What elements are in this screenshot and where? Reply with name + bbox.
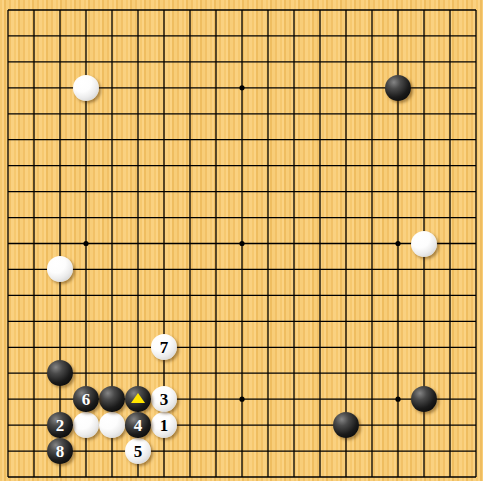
stone-black-d4[interactable]: 6 — [73, 386, 99, 412]
stone-black-c3[interactable]: 2 — [47, 412, 73, 438]
move-number-label: 1 — [160, 417, 169, 434]
go-board[interactable]: 13576248 — [0, 0, 483, 481]
stone-black-o3[interactable] — [333, 412, 359, 438]
stone-white-d16[interactable] — [73, 75, 99, 101]
star-point-k10 — [239, 241, 244, 246]
stone-black-c2[interactable]: 8 — [47, 438, 73, 464]
star-point-q4 — [395, 397, 400, 402]
stone-white-d3[interactable] — [73, 412, 99, 438]
stone-black-f4[interactable] — [125, 386, 151, 412]
star-point-k4 — [239, 397, 244, 402]
stone-black-e4[interactable] — [99, 386, 125, 412]
move-number-label: 8 — [56, 443, 65, 460]
triangle-mark-icon — [131, 393, 145, 403]
stone-white-f2[interactable]: 5 — [125, 438, 151, 464]
star-point-d10 — [83, 241, 88, 246]
stone-white-e3[interactable] — [99, 412, 125, 438]
stone-black-f3[interactable]: 4 — [125, 412, 151, 438]
stone-black-q16[interactable] — [385, 75, 411, 101]
stone-black-r4[interactable] — [411, 386, 437, 412]
move-number-label: 3 — [160, 391, 169, 408]
star-point-q10 — [395, 241, 400, 246]
move-number-label: 7 — [160, 339, 169, 356]
stone-white-g4[interactable]: 3 — [151, 386, 177, 412]
stone-white-g3[interactable]: 1 — [151, 412, 177, 438]
move-number-label: 4 — [134, 417, 143, 434]
move-number-label: 6 — [82, 391, 91, 408]
move-number-label: 5 — [134, 443, 143, 460]
move-number-label: 2 — [56, 417, 65, 434]
star-point-k16 — [239, 85, 244, 90]
stone-white-r10[interactable] — [411, 231, 437, 257]
